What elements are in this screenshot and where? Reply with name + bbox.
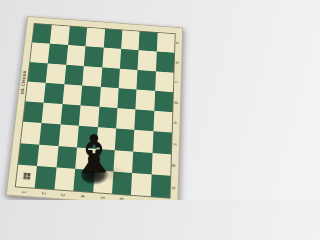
file-label-b: b bbox=[167, 59, 189, 66]
file-label-f: f bbox=[164, 140, 187, 148]
square-c2[interactable] bbox=[40, 123, 61, 145]
file-label-d: d bbox=[166, 98, 188, 106]
square-h1[interactable] bbox=[32, 24, 52, 44]
square-f7[interactable] bbox=[137, 70, 156, 91]
rank-label-4: 4 bbox=[78, 186, 87, 200]
square-b7[interactable] bbox=[132, 151, 152, 174]
square-h3[interactable] bbox=[68, 26, 87, 46]
square-d1[interactable] bbox=[23, 101, 44, 123]
square-e3[interactable] bbox=[62, 84, 82, 105]
file-label-h: h bbox=[163, 184, 186, 192]
square-e5[interactable] bbox=[99, 87, 119, 108]
square-c6[interactable] bbox=[115, 129, 135, 151]
square-b2[interactable] bbox=[37, 144, 58, 167]
rank-label-7: 7 bbox=[137, 191, 146, 200]
rank-label-6: 6 bbox=[117, 189, 126, 200]
black-bishop[interactable]: ♝ bbox=[71, 128, 118, 180]
square-d2[interactable] bbox=[42, 103, 62, 125]
square-h6[interactable] bbox=[121, 30, 140, 50]
square-f5[interactable] bbox=[100, 67, 119, 88]
rank-label-5: 5 bbox=[97, 188, 106, 200]
square-g6[interactable] bbox=[120, 49, 139, 70]
square-g2[interactable] bbox=[48, 44, 68, 64]
square-c7[interactable] bbox=[133, 130, 153, 152]
square-f2[interactable] bbox=[46, 63, 66, 84]
square-e2[interactable] bbox=[44, 83, 64, 104]
square-h7[interactable] bbox=[139, 32, 158, 52]
square-d6[interactable] bbox=[116, 108, 136, 130]
square-e6[interactable] bbox=[117, 88, 136, 109]
square-e4[interactable] bbox=[81, 85, 101, 106]
square-e1[interactable] bbox=[26, 81, 46, 102]
rank-label-2: 2 bbox=[39, 184, 49, 200]
square-e7[interactable] bbox=[136, 89, 155, 110]
square-f4[interactable] bbox=[82, 66, 102, 87]
square-g5[interactable] bbox=[102, 48, 121, 69]
square-f6[interactable] bbox=[119, 68, 138, 89]
square-f3[interactable] bbox=[64, 64, 84, 85]
rank-label-8: 8 bbox=[156, 192, 165, 200]
square-c1[interactable] bbox=[21, 122, 42, 144]
square-g4[interactable] bbox=[84, 46, 103, 67]
rank-label-1: 1 bbox=[19, 182, 29, 200]
square-g3[interactable] bbox=[66, 45, 86, 66]
square-d3[interactable] bbox=[60, 104, 80, 126]
square-h4[interactable] bbox=[86, 28, 105, 48]
square-h2[interactable] bbox=[50, 25, 69, 45]
square-d7[interactable] bbox=[135, 109, 154, 131]
square-h5[interactable] bbox=[103, 29, 122, 49]
square-g1[interactable] bbox=[30, 43, 50, 63]
rank-label-3: 3 bbox=[58, 185, 68, 200]
square-g7[interactable] bbox=[138, 50, 157, 71]
square-f1[interactable] bbox=[28, 62, 48, 83]
